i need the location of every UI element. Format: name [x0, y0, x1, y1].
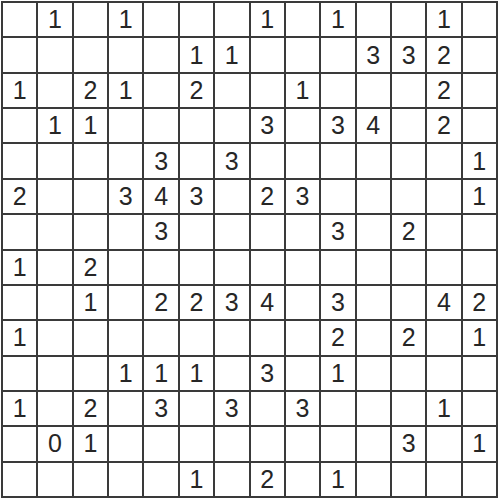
cell-r12c3-clue[interactable]: 2 — [74, 392, 107, 425]
cell-r11c1[interactable] — [3, 357, 36, 390]
cell-r1c7[interactable] — [215, 3, 248, 36]
cell-r13c7[interactable] — [215, 427, 248, 460]
cell-r12c6[interactable] — [180, 392, 213, 425]
cell-r8c11[interactable] — [357, 251, 390, 284]
cell-r8c5[interactable] — [144, 251, 177, 284]
cell-r7c2[interactable] — [38, 215, 71, 248]
cell-r11c7[interactable] — [215, 357, 248, 390]
cell-r3c3-clue[interactable]: 2 — [74, 74, 107, 107]
cell-r8c1-clue[interactable]: 1 — [3, 251, 36, 284]
cell-r5c5-clue[interactable]: 3 — [144, 144, 177, 177]
cell-r13c3-clue[interactable]: 1 — [74, 427, 107, 460]
cell-r13c1[interactable] — [3, 427, 36, 460]
cell-r14c14[interactable] — [463, 463, 496, 496]
cell-r11c10-clue[interactable]: 1 — [321, 357, 354, 390]
cell-r11c14[interactable] — [463, 357, 496, 390]
cell-r10c4[interactable] — [109, 321, 142, 354]
puzzle-board: 1111111332121212113342331234323133212122… — [1, 1, 498, 498]
cell-r13c9[interactable] — [286, 427, 319, 460]
cell-r13c2-clue[interactable]: 0 — [38, 427, 71, 460]
cell-r1c8-clue[interactable]: 1 — [251, 3, 284, 36]
cell-r7c3[interactable] — [74, 215, 107, 248]
cell-r3c8[interactable] — [251, 74, 284, 107]
cell-r12c8[interactable] — [251, 392, 284, 425]
cell-r2c9[interactable] — [286, 38, 319, 71]
cell-r5c8[interactable] — [251, 144, 284, 177]
cell-r12c12[interactable] — [392, 392, 425, 425]
cell-r8c2[interactable] — [38, 251, 71, 284]
cell-r13c8[interactable] — [251, 427, 284, 460]
cell-r5c6[interactable] — [180, 144, 213, 177]
cell-r4c6[interactable] — [180, 109, 213, 142]
cell-r7c6[interactable] — [180, 215, 213, 248]
cell-r4c3-clue[interactable]: 1 — [74, 109, 107, 142]
cell-r9c12[interactable] — [392, 286, 425, 319]
cell-r10c9[interactable] — [286, 321, 319, 354]
cell-r3c6-clue[interactable]: 2 — [180, 74, 213, 107]
cell-r1c1[interactable] — [3, 3, 36, 36]
cell-r12c9-clue[interactable]: 3 — [286, 392, 319, 425]
cell-r14c4[interactable] — [109, 463, 142, 496]
cell-r2c2[interactable] — [38, 38, 71, 71]
cell-r4c8-clue[interactable]: 3 — [251, 109, 284, 142]
cell-r6c11[interactable] — [357, 180, 390, 213]
cell-r8c13[interactable] — [427, 251, 460, 284]
cell-r7c11[interactable] — [357, 215, 390, 248]
cell-r11c8-clue[interactable]: 3 — [251, 357, 284, 390]
cell-r1c6[interactable] — [180, 3, 213, 36]
cell-r3c7[interactable] — [215, 74, 248, 107]
cell-r3c9-clue[interactable]: 1 — [286, 74, 319, 107]
cell-r6c5-clue[interactable]: 4 — [144, 180, 177, 213]
cell-r1c14[interactable] — [463, 3, 496, 36]
cell-r4c11-clue[interactable]: 4 — [357, 109, 390, 142]
cell-r4c1[interactable] — [3, 109, 36, 142]
cell-r8c9[interactable] — [286, 251, 319, 284]
cell-r2c10[interactable] — [321, 38, 354, 71]
cell-r11c11[interactable] — [357, 357, 390, 390]
cell-r2c7-clue[interactable]: 1 — [215, 38, 248, 71]
cell-r13c6[interactable] — [180, 427, 213, 460]
cell-r12c11[interactable] — [357, 392, 390, 425]
cell-r5c14-clue[interactable]: 1 — [463, 144, 496, 177]
puzzle-page: 1111111332121212113342331234323133212122… — [0, 0, 500, 500]
cell-r1c5[interactable] — [144, 3, 177, 36]
cell-r10c10-clue[interactable]: 2 — [321, 321, 354, 354]
cell-r7c10-clue[interactable]: 3 — [321, 215, 354, 248]
cell-r14c5[interactable] — [144, 463, 177, 496]
cell-r12c1-clue[interactable]: 1 — [3, 392, 36, 425]
cell-r5c7-clue[interactable]: 3 — [215, 144, 248, 177]
cell-r5c13[interactable] — [427, 144, 460, 177]
cell-r7c14[interactable] — [463, 215, 496, 248]
cell-r6c9-clue[interactable]: 3 — [286, 180, 319, 213]
cell-r9c14-clue[interactable]: 2 — [463, 286, 496, 319]
cell-r5c2[interactable] — [38, 144, 71, 177]
cell-r14c2[interactable] — [38, 463, 71, 496]
cell-r4c13-clue[interactable]: 2 — [427, 109, 460, 142]
cell-r7c9[interactable] — [286, 215, 319, 248]
cell-r2c11-clue[interactable]: 3 — [357, 38, 390, 71]
cell-r4c10-clue[interactable]: 3 — [321, 109, 354, 142]
cell-r2c1[interactable] — [3, 38, 36, 71]
cell-r9c10-clue[interactable]: 3 — [321, 286, 354, 319]
cell-r11c13[interactable] — [427, 357, 460, 390]
cell-r9c8-clue[interactable]: 4 — [251, 286, 284, 319]
cell-r14c1[interactable] — [3, 463, 36, 496]
cell-r1c10-clue[interactable]: 1 — [321, 3, 354, 36]
cell-r10c14-clue[interactable]: 1 — [463, 321, 496, 354]
cell-r6c1-clue[interactable]: 2 — [3, 180, 36, 213]
cell-r4c9[interactable] — [286, 109, 319, 142]
cell-r2c14[interactable] — [463, 38, 496, 71]
cell-r12c7-clue[interactable]: 3 — [215, 392, 248, 425]
cell-r3c10[interactable] — [321, 74, 354, 107]
cell-r2c4[interactable] — [109, 38, 142, 71]
cell-r6c4-clue[interactable]: 3 — [109, 180, 142, 213]
cell-r2c5[interactable] — [144, 38, 177, 71]
cell-r14c9[interactable] — [286, 463, 319, 496]
cell-r10c2[interactable] — [38, 321, 71, 354]
cell-r5c10[interactable] — [321, 144, 354, 177]
cell-r7c13[interactable] — [427, 215, 460, 248]
cell-r9c5-clue[interactable]: 2 — [144, 286, 177, 319]
cell-r7c8[interactable] — [251, 215, 284, 248]
cell-r3c13-clue[interactable]: 2 — [427, 74, 460, 107]
cell-r1c11[interactable] — [357, 3, 390, 36]
cell-r10c5[interactable] — [144, 321, 177, 354]
cell-r6c14-clue[interactable]: 1 — [463, 180, 496, 213]
cell-r10c7[interactable] — [215, 321, 248, 354]
cell-r4c4[interactable] — [109, 109, 142, 142]
cell-r12c10[interactable] — [321, 392, 354, 425]
cell-r8c12[interactable] — [392, 251, 425, 284]
cell-r13c10[interactable] — [321, 427, 354, 460]
cell-r13c12-clue[interactable]: 3 — [392, 427, 425, 460]
cell-r7c5-clue[interactable]: 3 — [144, 215, 177, 248]
cell-r2c13-clue[interactable]: 2 — [427, 38, 460, 71]
cell-r14c12[interactable] — [392, 463, 425, 496]
cell-r9c2[interactable] — [38, 286, 71, 319]
cell-r5c11[interactable] — [357, 144, 390, 177]
cell-r13c4[interactable] — [109, 427, 142, 460]
cell-r3c11[interactable] — [357, 74, 390, 107]
cell-r3c2[interactable] — [38, 74, 71, 107]
cell-r1c9[interactable] — [286, 3, 319, 36]
cell-r6c13[interactable] — [427, 180, 460, 213]
cell-r9c3-clue[interactable]: 1 — [74, 286, 107, 319]
cell-r7c1[interactable] — [3, 215, 36, 248]
cell-r13c11[interactable] — [357, 427, 390, 460]
cell-r11c12[interactable] — [392, 357, 425, 390]
cell-r14c7[interactable] — [215, 463, 248, 496]
cell-r11c6-clue[interactable]: 1 — [180, 357, 213, 390]
cell-r11c3[interactable] — [74, 357, 107, 390]
cell-r1c3[interactable] — [74, 3, 107, 36]
cell-r9c1[interactable] — [3, 286, 36, 319]
cell-r10c11[interactable] — [357, 321, 390, 354]
cell-r10c1-clue[interactable]: 1 — [3, 321, 36, 354]
cell-r8c7[interactable] — [215, 251, 248, 284]
cell-r14c8-clue[interactable]: 2 — [251, 463, 284, 496]
cell-r5c1[interactable] — [3, 144, 36, 177]
cell-r2c8[interactable] — [251, 38, 284, 71]
cell-r3c1-clue[interactable]: 1 — [3, 74, 36, 107]
cell-r9c6-clue[interactable]: 2 — [180, 286, 213, 319]
cell-r3c14[interactable] — [463, 74, 496, 107]
cell-r14c11[interactable] — [357, 463, 390, 496]
cell-r2c6-clue[interactable]: 1 — [180, 38, 213, 71]
cell-r11c5-clue[interactable]: 1 — [144, 357, 177, 390]
cell-r4c7[interactable] — [215, 109, 248, 142]
cell-r3c12[interactable] — [392, 74, 425, 107]
cell-r5c12[interactable] — [392, 144, 425, 177]
cell-r7c12-clue[interactable]: 2 — [392, 215, 425, 248]
cell-r6c10[interactable] — [321, 180, 354, 213]
cell-r13c13[interactable] — [427, 427, 460, 460]
cell-r4c5[interactable] — [144, 109, 177, 142]
cell-r5c9[interactable] — [286, 144, 319, 177]
cell-r10c8[interactable] — [251, 321, 284, 354]
cell-r8c6[interactable] — [180, 251, 213, 284]
cell-r14c10-clue[interactable]: 1 — [321, 463, 354, 496]
cell-r11c2[interactable] — [38, 357, 71, 390]
cell-r8c14[interactable] — [463, 251, 496, 284]
cell-r6c6-clue[interactable]: 3 — [180, 180, 213, 213]
cell-r6c2[interactable] — [38, 180, 71, 213]
cell-r11c9[interactable] — [286, 357, 319, 390]
cell-r6c3[interactable] — [74, 180, 107, 213]
cell-r8c8[interactable] — [251, 251, 284, 284]
cell-r9c4[interactable] — [109, 286, 142, 319]
cell-r10c6[interactable] — [180, 321, 213, 354]
cell-r13c5[interactable] — [144, 427, 177, 460]
cell-r12c14[interactable] — [463, 392, 496, 425]
cell-r12c2[interactable] — [38, 392, 71, 425]
cell-r1c12[interactable] — [392, 3, 425, 36]
cell-r6c8-clue[interactable]: 2 — [251, 180, 284, 213]
cell-r12c4[interactable] — [109, 392, 142, 425]
cell-r8c10[interactable] — [321, 251, 354, 284]
cell-r1c13-clue[interactable]: 1 — [427, 3, 460, 36]
cell-r12c13-clue[interactable]: 1 — [427, 392, 460, 425]
cell-r7c7[interactable] — [215, 215, 248, 248]
cell-r10c3[interactable] — [74, 321, 107, 354]
cell-r8c3-clue[interactable]: 2 — [74, 251, 107, 284]
cell-r14c13[interactable] — [427, 463, 460, 496]
cell-r3c4-clue[interactable]: 1 — [109, 74, 142, 107]
cell-r4c12[interactable] — [392, 109, 425, 142]
cell-r14c6-clue[interactable]: 1 — [180, 463, 213, 496]
cell-r6c12[interactable] — [392, 180, 425, 213]
cell-r10c13[interactable] — [427, 321, 460, 354]
cell-r9c9[interactable] — [286, 286, 319, 319]
cell-r3c5[interactable] — [144, 74, 177, 107]
cell-r2c3[interactable] — [74, 38, 107, 71]
cell-r11c4-clue[interactable]: 1 — [109, 357, 142, 390]
cell-r14c3[interactable] — [74, 463, 107, 496]
cell-r9c7-clue[interactable]: 3 — [215, 286, 248, 319]
cell-r2c12-clue[interactable]: 3 — [392, 38, 425, 71]
cell-r9c11[interactable] — [357, 286, 390, 319]
cell-r9c13-clue[interactable]: 4 — [427, 286, 460, 319]
cell-r4c14[interactable] — [463, 109, 496, 142]
cell-r1c4-clue[interactable]: 1 — [109, 3, 142, 36]
cell-r12c5-clue[interactable]: 3 — [144, 392, 177, 425]
cell-r5c4[interactable] — [109, 144, 142, 177]
cell-r4c2-clue[interactable]: 1 — [38, 109, 71, 142]
cell-r1c2-clue[interactable]: 1 — [38, 3, 71, 36]
cell-r7c4[interactable] — [109, 215, 142, 248]
cell-r8c4[interactable] — [109, 251, 142, 284]
cell-r6c7[interactable] — [215, 180, 248, 213]
cell-r13c14-clue[interactable]: 1 — [463, 427, 496, 460]
cell-r5c3[interactable] — [74, 144, 107, 177]
cell-r10c12-clue[interactable]: 2 — [392, 321, 425, 354]
